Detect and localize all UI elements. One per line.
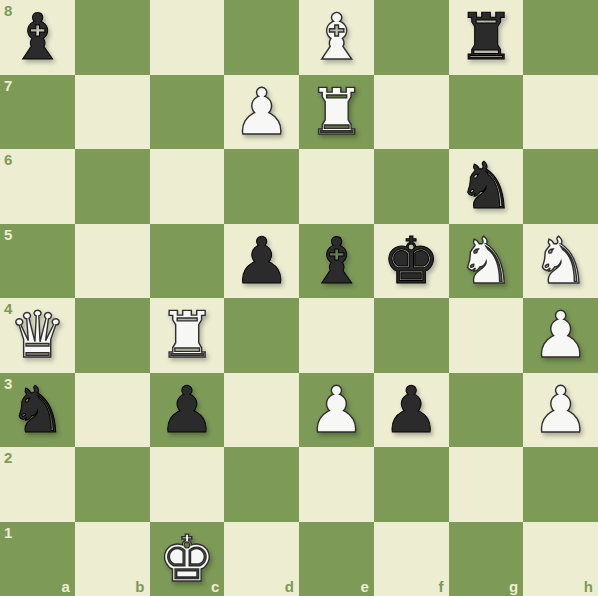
piece-white-rook[interactable]: ♜: [158, 298, 215, 372]
square-b2[interactable]: [75, 447, 150, 522]
piece-black-pawn[interactable]: ♟: [382, 373, 439, 447]
square-g3[interactable]: [449, 373, 524, 448]
square-h1[interactable]: h: [523, 522, 598, 596]
piece-white-pawn[interactable]: ♟: [532, 373, 589, 447]
piece-white-queen[interactable]: ♛: [9, 298, 66, 372]
square-g8[interactable]: ♜: [449, 0, 524, 75]
piece-black-pawn[interactable]: ♟: [233, 224, 290, 298]
piece-black-bishop[interactable]: ♝: [9, 0, 66, 74]
square-b8[interactable]: [75, 0, 150, 75]
square-d2[interactable]: [224, 447, 299, 522]
square-f1[interactable]: f: [374, 522, 449, 596]
piece-black-bishop[interactable]: ♝: [308, 224, 365, 298]
square-f8[interactable]: [374, 0, 449, 75]
square-e8[interactable]: ♝: [299, 0, 374, 75]
square-e5[interactable]: ♝: [299, 224, 374, 299]
file-label-h: h: [584, 579, 593, 594]
square-h7[interactable]: [523, 75, 598, 150]
square-f5[interactable]: ♚: [374, 224, 449, 299]
piece-white-king[interactable]: ♚: [158, 522, 215, 596]
chess-board: 8♝♝♜7♟♜6♞5♟♝♚♞♞4♛♜♟3♞♟♟♟♟21abc♚defgh: [0, 0, 598, 596]
square-f7[interactable]: [374, 75, 449, 150]
square-g7[interactable]: [449, 75, 524, 150]
square-h3[interactable]: ♟: [523, 373, 598, 448]
file-label-d: d: [285, 579, 294, 594]
square-a8[interactable]: 8♝: [0, 0, 75, 75]
piece-black-pawn[interactable]: ♟: [158, 373, 215, 447]
square-c4[interactable]: ♜: [150, 298, 225, 373]
square-e3[interactable]: ♟: [299, 373, 374, 448]
piece-white-rook[interactable]: ♜: [308, 75, 365, 149]
square-d4[interactable]: [224, 298, 299, 373]
square-g6[interactable]: ♞: [449, 149, 524, 224]
square-g5[interactable]: ♞: [449, 224, 524, 299]
square-b6[interactable]: [75, 149, 150, 224]
square-e6[interactable]: [299, 149, 374, 224]
square-c3[interactable]: ♟: [150, 373, 225, 448]
file-label-e: e: [360, 579, 368, 594]
piece-black-knight[interactable]: ♞: [9, 373, 66, 447]
square-g4[interactable]: [449, 298, 524, 373]
square-b1[interactable]: b: [75, 522, 150, 596]
square-f6[interactable]: [374, 149, 449, 224]
square-h4[interactable]: ♟: [523, 298, 598, 373]
square-h2[interactable]: [523, 447, 598, 522]
square-c7[interactable]: [150, 75, 225, 150]
rank-label-1: 1: [4, 525, 12, 540]
square-c2[interactable]: [150, 447, 225, 522]
file-label-g: g: [509, 579, 518, 594]
rank-label-2: 2: [4, 450, 12, 465]
square-h5[interactable]: ♞: [523, 224, 598, 299]
square-f2[interactable]: [374, 447, 449, 522]
square-h8[interactable]: [523, 0, 598, 75]
square-b4[interactable]: [75, 298, 150, 373]
piece-black-rook[interactable]: ♜: [457, 0, 514, 74]
square-e4[interactable]: [299, 298, 374, 373]
square-b5[interactable]: [75, 224, 150, 299]
square-f4[interactable]: [374, 298, 449, 373]
square-a6[interactable]: 6: [0, 149, 75, 224]
square-a1[interactable]: 1a: [0, 522, 75, 596]
file-label-b: b: [135, 579, 144, 594]
file-label-f: f: [439, 579, 444, 594]
piece-white-pawn[interactable]: ♟: [308, 373, 365, 447]
square-d8[interactable]: [224, 0, 299, 75]
piece-white-bishop[interactable]: ♝: [308, 0, 365, 74]
square-d6[interactable]: [224, 149, 299, 224]
square-a5[interactable]: 5: [0, 224, 75, 299]
piece-white-knight[interactable]: ♞: [532, 224, 589, 298]
square-e1[interactable]: e: [299, 522, 374, 596]
square-b3[interactable]: [75, 373, 150, 448]
square-d5[interactable]: ♟: [224, 224, 299, 299]
square-a2[interactable]: 2: [0, 447, 75, 522]
rank-label-7: 7: [4, 78, 12, 93]
square-c1[interactable]: c♚: [150, 522, 225, 596]
piece-white-pawn[interactable]: ♟: [233, 75, 290, 149]
square-a7[interactable]: 7: [0, 75, 75, 150]
square-a3[interactable]: 3♞: [0, 373, 75, 448]
piece-white-knight[interactable]: ♞: [457, 224, 514, 298]
square-g1[interactable]: g: [449, 522, 524, 596]
piece-black-king[interactable]: ♚: [382, 224, 439, 298]
square-e7[interactable]: ♜: [299, 75, 374, 150]
square-a4[interactable]: 4♛: [0, 298, 75, 373]
piece-white-pawn[interactable]: ♟: [532, 298, 589, 372]
square-f3[interactable]: ♟: [374, 373, 449, 448]
piece-black-knight[interactable]: ♞: [457, 149, 514, 223]
rank-label-5: 5: [4, 227, 12, 242]
square-d3[interactable]: [224, 373, 299, 448]
square-d7[interactable]: ♟: [224, 75, 299, 150]
square-c8[interactable]: [150, 0, 225, 75]
rank-label-6: 6: [4, 152, 12, 167]
file-label-a: a: [61, 579, 69, 594]
square-b7[interactable]: [75, 75, 150, 150]
square-h6[interactable]: [523, 149, 598, 224]
square-c5[interactable]: [150, 224, 225, 299]
square-c6[interactable]: [150, 149, 225, 224]
square-d1[interactable]: d: [224, 522, 299, 596]
square-e2[interactable]: [299, 447, 374, 522]
square-g2[interactable]: [449, 447, 524, 522]
